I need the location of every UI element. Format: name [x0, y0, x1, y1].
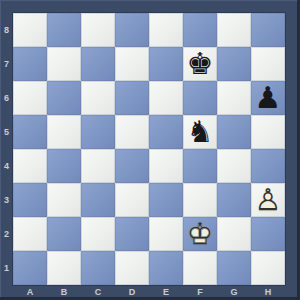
- square-e2: [149, 217, 183, 251]
- square-e5: [149, 115, 183, 149]
- file-label-d: D: [115, 285, 149, 299]
- square-g6: [217, 81, 251, 115]
- file-labels: ABCDEFGH: [13, 285, 285, 300]
- rank-label-2: 2: [0, 217, 13, 251]
- square-h4: [251, 149, 285, 183]
- black-king-glyph: ♚: [183, 47, 217, 81]
- white-pawn-outline: ♙: [251, 183, 285, 217]
- chess-diagram: 87654321 ♚♟♞♟♙♚♔ ABCDEFGH: [0, 0, 300, 300]
- square-d3: [115, 183, 149, 217]
- square-a8: [13, 13, 47, 47]
- white-king: ♚♔: [183, 217, 217, 251]
- rank-label-7: 7: [0, 47, 13, 81]
- square-h2: [251, 217, 285, 251]
- black-pawn-glyph: ♟: [251, 81, 285, 115]
- square-g8: [217, 13, 251, 47]
- square-h8: [251, 13, 285, 47]
- square-a1: [13, 251, 47, 285]
- square-e3: [149, 183, 183, 217]
- square-e1: [149, 251, 183, 285]
- square-f7: ♚: [183, 47, 217, 81]
- square-b6: [47, 81, 81, 115]
- square-a6: [13, 81, 47, 115]
- square-d1: [115, 251, 149, 285]
- square-h5: [251, 115, 285, 149]
- square-c6: [81, 81, 115, 115]
- file-label-h: H: [251, 285, 285, 299]
- square-g2: [217, 217, 251, 251]
- square-g4: [217, 149, 251, 183]
- file-label-e: E: [149, 285, 183, 299]
- square-f8: [183, 13, 217, 47]
- black-knight: ♞: [183, 115, 217, 149]
- rank-labels: 87654321: [0, 13, 13, 285]
- square-f3: [183, 183, 217, 217]
- square-c5: [81, 115, 115, 149]
- square-f2: ♚♔: [183, 217, 217, 251]
- file-label-b: B: [47, 285, 81, 299]
- rank-label-1: 1: [0, 251, 13, 285]
- rank-label-3: 3: [0, 183, 13, 217]
- square-d6: [115, 81, 149, 115]
- square-a5: [13, 115, 47, 149]
- square-a4: [13, 149, 47, 183]
- square-c2: [81, 217, 115, 251]
- square-c1: [81, 251, 115, 285]
- square-b3: [47, 183, 81, 217]
- square-d4: [115, 149, 149, 183]
- square-c4: [81, 149, 115, 183]
- square-e4: [149, 149, 183, 183]
- square-c3: [81, 183, 115, 217]
- square-e7: [149, 47, 183, 81]
- square-c7: [81, 47, 115, 81]
- white-king-outline: ♔: [183, 217, 217, 251]
- square-h7: [251, 47, 285, 81]
- file-label-g: G: [217, 285, 251, 299]
- square-g7: [217, 47, 251, 81]
- file-label-c: C: [81, 285, 115, 299]
- chessboard: ♚♟♞♟♙♚♔: [13, 13, 285, 285]
- square-d8: [115, 13, 149, 47]
- square-f1: [183, 251, 217, 285]
- square-h1: [251, 251, 285, 285]
- square-b1: [47, 251, 81, 285]
- square-g3: [217, 183, 251, 217]
- square-a3: [13, 183, 47, 217]
- square-b7: [47, 47, 81, 81]
- square-a2: [13, 217, 47, 251]
- black-knight-glyph: ♞: [183, 115, 217, 149]
- rank-label-6: 6: [0, 81, 13, 115]
- square-h6: ♟: [251, 81, 285, 115]
- white-pawn: ♟♙: [251, 183, 285, 217]
- file-label-f: F: [183, 285, 217, 299]
- square-f6: [183, 81, 217, 115]
- square-e8: [149, 13, 183, 47]
- file-label-a: A: [13, 285, 47, 299]
- square-f5: ♞: [183, 115, 217, 149]
- black-king: ♚: [183, 47, 217, 81]
- square-b2: [47, 217, 81, 251]
- square-b4: [47, 149, 81, 183]
- rank-label-5: 5: [0, 115, 13, 149]
- square-d7: [115, 47, 149, 81]
- square-e6: [149, 81, 183, 115]
- rank-label-8: 8: [0, 13, 13, 47]
- square-a7: [13, 47, 47, 81]
- square-c8: [81, 13, 115, 47]
- square-b8: [47, 13, 81, 47]
- square-g1: [217, 251, 251, 285]
- square-d2: [115, 217, 149, 251]
- square-f4: [183, 149, 217, 183]
- square-d5: [115, 115, 149, 149]
- square-g5: [217, 115, 251, 149]
- rank-label-4: 4: [0, 149, 13, 183]
- black-pawn: ♟: [251, 81, 285, 115]
- square-b5: [47, 115, 81, 149]
- square-h3: ♟♙: [251, 183, 285, 217]
